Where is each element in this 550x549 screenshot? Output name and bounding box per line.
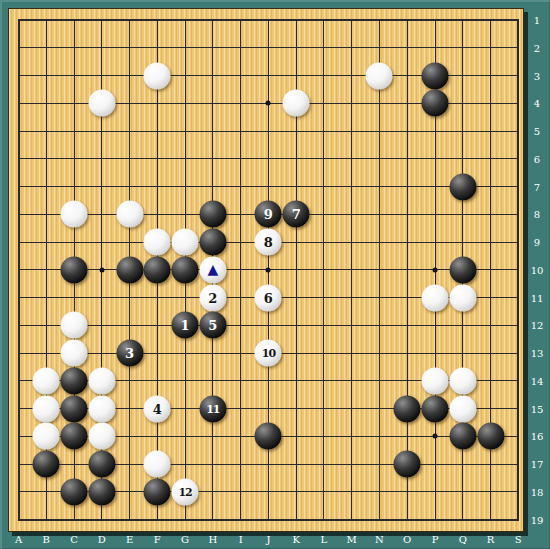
col-label-c: C [70, 534, 78, 545]
col-label-q: Q [459, 534, 467, 545]
col-label-s: S [515, 534, 522, 545]
col-label-k: K [292, 534, 299, 545]
col-label-n: N [375, 534, 384, 545]
row-label-5: 5 [526, 126, 548, 137]
col-label-g: G [181, 534, 189, 545]
row-label-7: 7 [526, 181, 548, 192]
col-label-f: F [154, 534, 161, 545]
row-label-4: 4 [526, 98, 548, 109]
row-label-8: 8 [526, 209, 548, 220]
go-board[interactable] [8, 8, 524, 532]
row-label-13: 13 [526, 348, 548, 359]
row-label-6: 6 [526, 153, 548, 164]
row-label-3: 3 [526, 70, 548, 81]
col-label-h: H [208, 534, 217, 545]
row-label-17: 17 [526, 459, 548, 470]
row-label-18: 18 [526, 486, 548, 497]
col-label-p: P [432, 534, 439, 545]
row-label-15: 15 [526, 403, 548, 414]
row-label-16: 16 [526, 431, 548, 442]
col-label-i: I [239, 534, 243, 545]
board-frame: 978▲261531041112ABCDEFGHIJKLMNOPQRS12345… [0, 0, 550, 549]
row-label-10: 10 [526, 264, 548, 275]
col-label-j: J [266, 534, 270, 545]
row-label-11: 11 [526, 292, 548, 303]
col-label-b: B [43, 534, 50, 545]
row-label-12: 12 [526, 320, 548, 331]
row-label-9: 9 [526, 237, 548, 248]
row-label-19: 19 [526, 514, 548, 525]
row-label-1: 1 [526, 15, 548, 26]
col-label-l: L [321, 534, 328, 545]
col-label-m: M [347, 534, 357, 545]
col-label-d: D [98, 534, 106, 545]
row-label-2: 2 [526, 42, 548, 53]
col-label-e: E [126, 534, 133, 545]
col-label-o: O [403, 534, 411, 545]
row-label-14: 14 [526, 375, 548, 386]
col-label-a: A [15, 534, 22, 545]
col-label-r: R [487, 534, 495, 545]
